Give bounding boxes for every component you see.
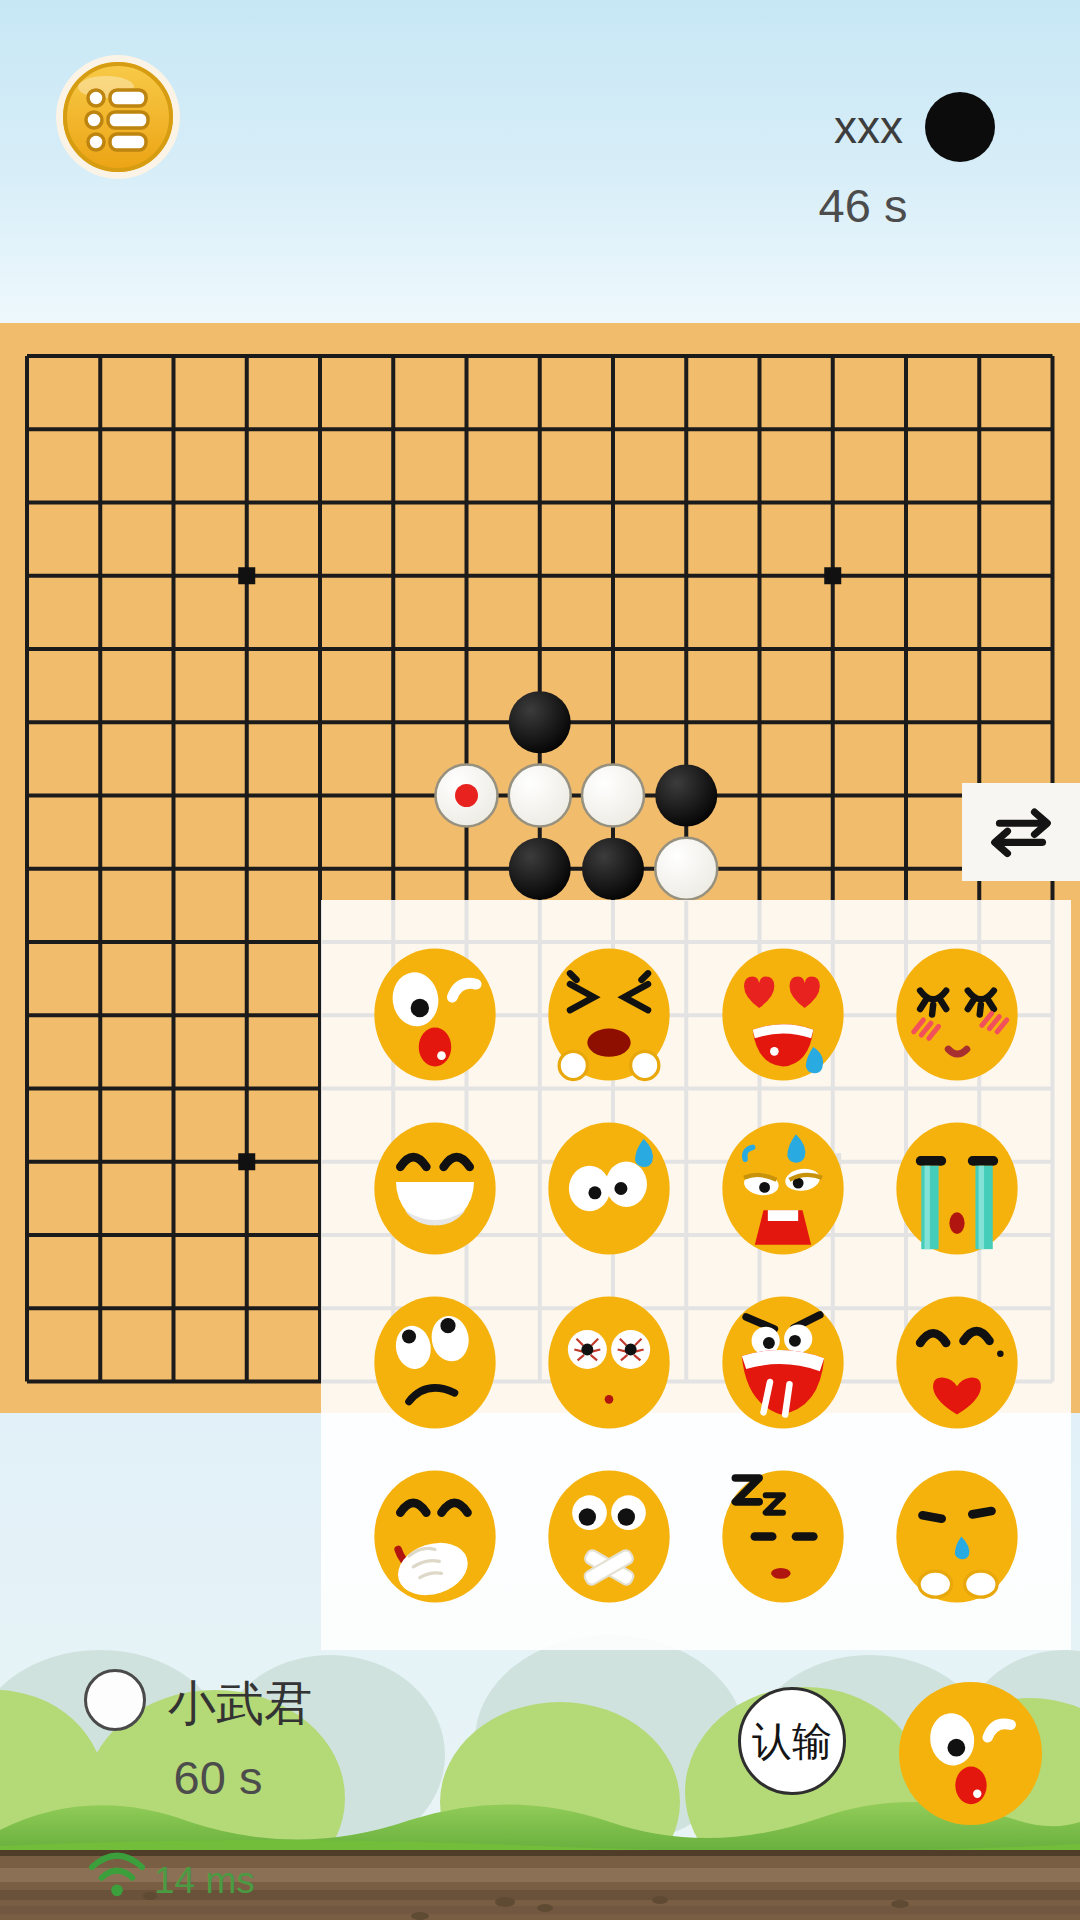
big-laugh-emoji-icon [370,1117,500,1260]
emoji-worried-sweat[interactable] [696,1101,870,1275]
stone-black [509,838,571,900]
emoji-sleepy[interactable] [696,1449,870,1623]
emoji-squeeze-cry[interactable] [522,927,696,1101]
aggrieved-emoji-icon [892,1465,1022,1608]
player-bottom-white-stone-avatar [84,1669,146,1731]
bawling-emoji-icon [892,1117,1022,1260]
resign-label: 认输 [752,1714,832,1769]
emoji-kiss[interactable] [870,1275,1044,1449]
emoji-big-laugh[interactable] [348,1101,522,1275]
emoji-panel [321,900,1071,1650]
kiss-emoji-icon [892,1291,1022,1434]
giggle-emoji-icon [370,1465,500,1608]
emoji-wink[interactable] [348,927,522,1101]
stone-white [509,765,571,827]
last-move-marker [455,784,478,807]
player-top-black-stone-avatar [925,92,995,162]
bloodshot-emoji-icon [544,1291,674,1434]
menu-button[interactable] [54,53,182,181]
latency-text: 14 ms [154,1860,255,1902]
emoji-bawling[interactable] [870,1101,1044,1275]
wink-emoji-icon [370,943,500,1086]
stone-black [655,765,717,827]
emoji-aggrieved[interactable] [870,1449,1044,1623]
squeeze-cry-emoji-icon [544,943,674,1086]
emoji-bloodshot[interactable] [522,1275,696,1449]
nervous-sweat-emoji-icon [544,1117,674,1260]
evil-laugh-emoji-icon [718,1291,848,1434]
stone-black [509,691,571,753]
stone-black [582,838,644,900]
emoji-evil-laugh[interactable] [696,1275,870,1449]
sealed-lips-emoji-icon [544,1465,674,1608]
heart-eyes-emoji-icon [718,943,848,1086]
stone-white [655,838,717,900]
player-top: xxx [834,92,995,162]
wifi-signal-icon [86,1846,148,1900]
emoji-shy-blush[interactable] [870,927,1044,1101]
emoji-grid [348,927,1044,1623]
shy-blush-emoji-icon [892,943,1022,1086]
list-menu-icon [54,53,182,181]
emoji-sealed-lips[interactable] [522,1449,696,1623]
confused-emoji-icon [370,1291,500,1434]
emoji-send-button[interactable] [899,1682,1042,1825]
emoji-heart-eyes[interactable] [696,927,870,1101]
sleepy-emoji-icon [718,1465,848,1608]
resign-button[interactable]: 认输 [738,1687,846,1795]
emoji-nervous-sweat[interactable] [522,1101,696,1275]
stone-white [582,765,644,827]
swap-button[interactable] [962,783,1080,881]
swap-arrows-icon [973,793,1069,871]
wifi-status [86,1846,148,1904]
player-top-name: xxx [834,100,903,154]
worried-sweat-emoji-icon [718,1117,848,1260]
player-bottom-timer: 60 s [148,1750,288,1805]
player-top-timer: 46 s [763,178,963,233]
emoji-giggle[interactable] [348,1449,522,1623]
emoji-confused[interactable] [348,1275,522,1449]
player-bottom-name: 小武君 [168,1672,312,1736]
game-screen: xxx 46 s 小武君 60 s 认输 14 ms [0,0,1080,1920]
wink-emoji-icon [905,1685,1037,1823]
